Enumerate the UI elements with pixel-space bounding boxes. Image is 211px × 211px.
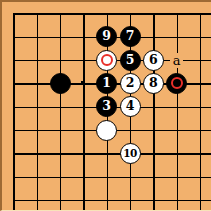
grid-line-vertical bbox=[13, 13, 14, 210]
grid-line-horizontal bbox=[13, 177, 211, 178]
stone-white-move-2: 2 bbox=[120, 73, 141, 94]
stone-black bbox=[50, 73, 71, 94]
stone-black-move-9: 9 bbox=[96, 26, 117, 47]
point-label-a: a bbox=[170, 53, 183, 68]
stone-black-marked bbox=[166, 73, 187, 94]
grid-line-vertical bbox=[177, 13, 178, 210]
stone-white bbox=[96, 120, 117, 141]
circle-mark bbox=[101, 54, 113, 66]
stone-white-move-8: 8 bbox=[143, 73, 164, 94]
circle-mark bbox=[171, 77, 183, 89]
grid-line-horizontal bbox=[13, 200, 211, 201]
go-board: 97561283410a bbox=[0, 0, 211, 211]
stone-white-move-4: 4 bbox=[120, 96, 141, 117]
stone-white-move-6: 6 bbox=[143, 50, 164, 71]
stone-black-move-7: 7 bbox=[120, 26, 141, 47]
stone-black-move-5: 5 bbox=[120, 50, 141, 71]
grid-line-vertical bbox=[153, 13, 154, 210]
stone-black-move-3: 3 bbox=[96, 96, 117, 117]
grid-line-vertical bbox=[83, 13, 84, 210]
grid-line-horizontal bbox=[13, 153, 211, 154]
star-point-hoshi bbox=[81, 81, 85, 85]
grid-line-vertical bbox=[60, 13, 61, 210]
grid-line-vertical bbox=[37, 13, 38, 210]
grid-line-horizontal bbox=[13, 13, 211, 14]
stone-black-move-1: 1 bbox=[96, 73, 117, 94]
stone-white-marked bbox=[96, 50, 117, 71]
grid-line-vertical bbox=[200, 13, 201, 210]
stone-white-move-10: 10 bbox=[120, 143, 141, 164]
